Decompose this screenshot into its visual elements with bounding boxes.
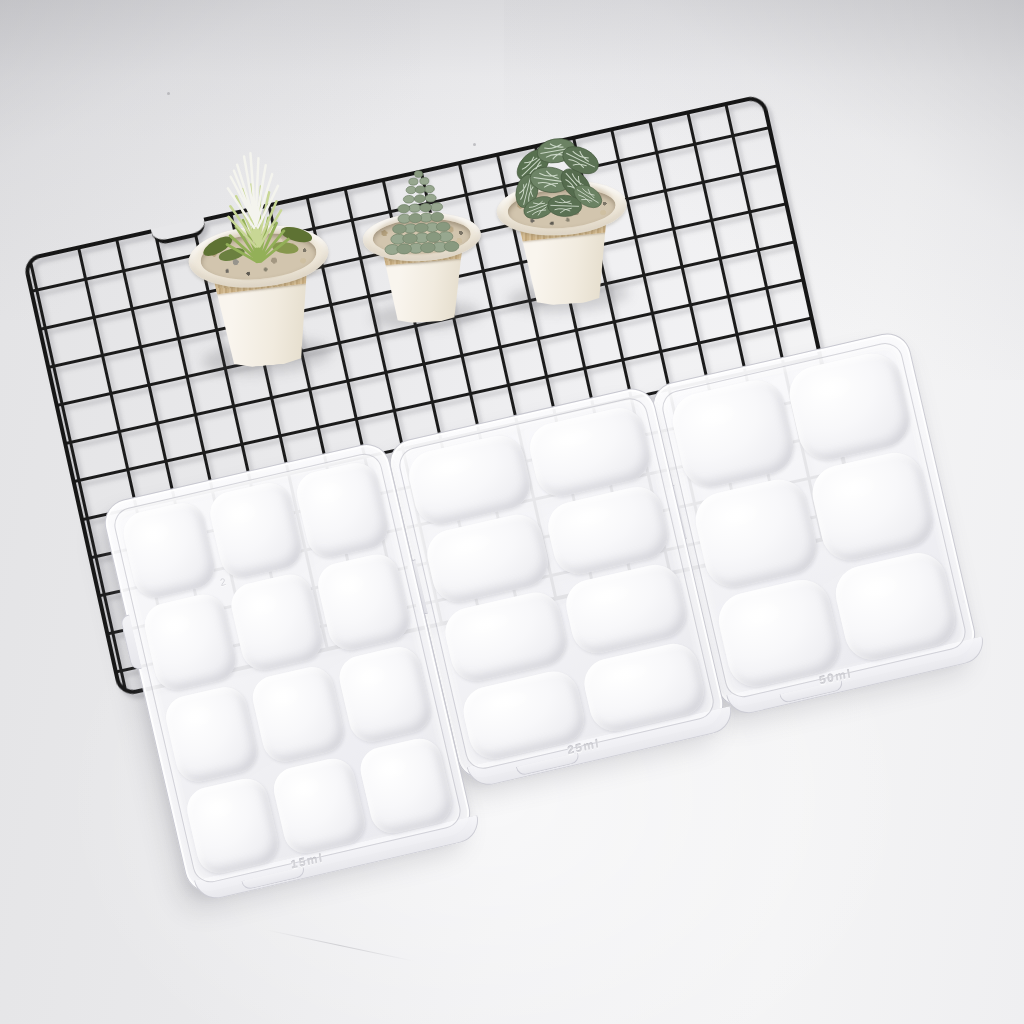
tray-12-cube-compartment bbox=[162, 682, 262, 785]
tray-6-cube-compartment bbox=[830, 547, 961, 665]
product-photo-stage: 50ml 25ml 2 15ml bbox=[0, 0, 1024, 1024]
backdrop-speck bbox=[167, 92, 170, 95]
tray-8-cube-compartment bbox=[579, 638, 709, 736]
tray-6-cube-compartment bbox=[807, 448, 938, 566]
tray-12-cube-compartment bbox=[206, 479, 306, 582]
potted-plant-spiky-flower bbox=[179, 150, 339, 374]
spiky-flower-plant bbox=[178, 144, 330, 279]
tray-12-cube-compartment bbox=[183, 774, 283, 877]
tray-12-cube-compartment bbox=[248, 662, 348, 765]
tray-12-cube-compartment bbox=[293, 459, 393, 562]
tray-6-compartment-grid bbox=[667, 348, 961, 692]
tray-12-cube-compartment bbox=[270, 754, 370, 857]
tray-8-compartment-grid bbox=[404, 403, 709, 764]
tray-12-cube-compartment bbox=[227, 570, 327, 673]
succulent-cone-plant bbox=[357, 150, 483, 266]
tray-12-cube-compartment bbox=[356, 734, 456, 837]
tray-6-cube-compartment bbox=[690, 474, 821, 592]
fittonia-plant bbox=[489, 110, 629, 238]
tray-12-cube-compartment bbox=[314, 550, 414, 653]
tray-6-cube-compartment bbox=[667, 375, 798, 493]
backdrop-speck bbox=[473, 143, 476, 146]
potted-plant-fittonia bbox=[490, 116, 635, 311]
potted-plant-succulent bbox=[358, 155, 487, 327]
tray-12-cube-compartment bbox=[119, 499, 219, 602]
tray-6-cube-compartment bbox=[784, 348, 915, 466]
tray-12-cube-compartment bbox=[335, 642, 435, 745]
tray-12-cube-compartment bbox=[140, 590, 240, 693]
